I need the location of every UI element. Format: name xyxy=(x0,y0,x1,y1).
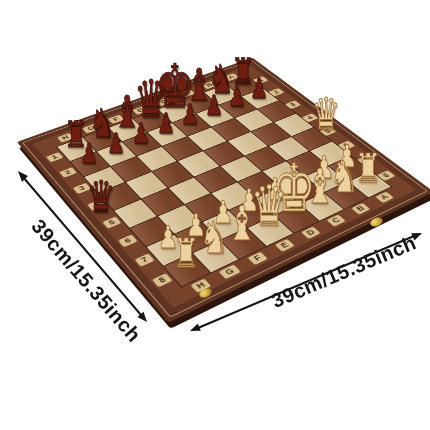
product-photo: HGFEDCBA HGFEDCBA 12345678 12345678 ♜♞♝♛… xyxy=(0,0,430,430)
dimension-arrows xyxy=(0,0,430,430)
